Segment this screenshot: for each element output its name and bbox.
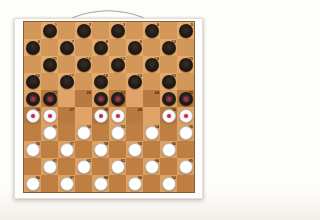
square-r8c10[interactable] [177,141,194,158]
black-king[interactable] [43,92,57,106]
white-man[interactable] [43,160,57,174]
black-king[interactable] [94,92,108,106]
square-r9c2[interactable]: 41 [41,158,58,175]
square-r3c6[interactable]: 13 [109,56,126,73]
square-r8c6[interactable] [109,141,126,158]
square-r3c9[interactable] [160,56,177,73]
black-man[interactable] [77,24,91,38]
square-r5c4[interactable]: 22 [75,90,92,107]
square-r1c2[interactable]: 1 [41,22,58,39]
square-r4c9[interactable]: 20 [160,73,177,90]
square-r1c9[interactable] [160,22,177,39]
square-r1c5[interactable] [92,22,109,39]
white-man[interactable] [145,160,159,174]
square-r10c2[interactable] [41,175,58,192]
black-man[interactable] [128,41,142,55]
square-r10c8[interactable] [143,175,160,192]
white-man[interactable] [128,143,142,157]
square-r6c9[interactable]: 30 [160,107,177,124]
king-dot [31,114,35,118]
square-r10c4[interactable] [75,175,92,192]
square-number: 22 [87,90,91,95]
king-dot [99,97,103,101]
square-r2c7[interactable]: 9 [126,39,143,56]
square-r2c5[interactable]: 8 [92,39,109,56]
white-man[interactable] [94,143,108,157]
square-r9c10[interactable]: 45 [177,158,194,175]
king-dot [48,114,52,118]
square-r5c1[interactable] [24,90,41,107]
king-dot [116,97,120,101]
square-r7c6[interactable]: 33 [109,124,126,141]
square-r8c1[interactable]: 36 [24,141,41,158]
black-king[interactable] [111,92,125,106]
white-man[interactable] [26,143,40,157]
king-dot [184,97,188,101]
square-r3c4[interactable]: 12 [75,56,92,73]
black-man[interactable] [43,24,57,38]
board-case: 1234567891011121314151617181920212223242… [14,18,203,199]
black-man[interactable] [43,58,57,72]
white-man[interactable] [60,143,74,157]
square-r7c7[interactable] [126,124,143,141]
square-r7c2[interactable]: 31 [41,124,58,141]
white-man[interactable] [77,160,91,174]
square-r6c3[interactable]: 27 [58,107,75,124]
black-man[interactable] [179,58,193,72]
square-r8c3[interactable]: 37 [58,141,75,158]
square-r3c2[interactable]: 11 [41,56,58,73]
square-r8c9[interactable]: 40 [160,141,177,158]
black-man[interactable] [60,41,74,55]
square-r2c4[interactable] [75,39,92,56]
square-r5c9[interactable] [160,90,177,107]
square-r7c5[interactable] [92,124,109,141]
square-r9c3[interactable] [58,158,75,175]
square-r2c3[interactable]: 7 [58,39,75,56]
square-r5c6[interactable]: 23 [109,90,126,107]
black-man[interactable] [179,24,193,38]
white-man[interactable] [162,143,176,157]
square-r10c1[interactable]: 46 [24,175,41,192]
square-r1c3[interactable] [58,22,75,39]
square-r3c7[interactable] [126,56,143,73]
square-r10c10[interactable] [177,175,194,192]
white-man[interactable] [43,126,57,140]
square-r5c5[interactable] [92,90,109,107]
square-r4c8[interactable] [143,73,160,90]
square-r7c3[interactable] [58,124,75,141]
square-r2c2[interactable] [41,39,58,56]
square-r1c7[interactable] [126,22,143,39]
black-king[interactable] [179,92,193,106]
white-king[interactable] [94,109,108,123]
square-r2c1[interactable]: 6 [24,39,41,56]
board-grid: 1234567891011121314151617181920212223242… [23,21,195,193]
carry-handle-icon [70,8,146,20]
square-r10c5[interactable]: 48 [92,175,109,192]
square-r7c10[interactable]: 35 [177,124,194,141]
square-r6c2[interactable] [41,107,58,124]
black-man[interactable] [128,75,142,89]
square-r5c7[interactable] [126,90,143,107]
black-man[interactable] [77,58,91,72]
square-r5c2[interactable]: 21 [41,90,58,107]
square-r7c1[interactable] [24,124,41,141]
square-number: 27 [70,107,74,112]
square-r10c3[interactable]: 47 [58,175,75,192]
square-r7c4[interactable]: 32 [75,124,92,141]
white-king[interactable] [179,109,193,123]
square-r3c1[interactable] [24,56,41,73]
white-man[interactable] [111,160,125,174]
square-r9c4[interactable]: 42 [75,158,92,175]
square-r5c3[interactable] [58,90,75,107]
square-r6c8[interactable] [143,107,160,124]
square-r4c6[interactable] [109,73,126,90]
square-r7c8[interactable]: 34 [143,124,160,141]
white-man[interactable] [111,126,125,140]
square-r5c8[interactable]: 24 [143,90,160,107]
black-man[interactable] [162,75,176,89]
white-man[interactable] [179,160,193,174]
square-r4c2[interactable] [41,73,58,90]
square-r6c4[interactable] [75,107,92,124]
black-man[interactable] [94,41,108,55]
square-r1c4[interactable]: 2 [75,22,92,39]
square-r6c6[interactable] [109,107,126,124]
square-r6c7[interactable]: 29 [126,107,143,124]
black-man[interactable] [26,75,40,89]
black-king[interactable] [162,92,176,106]
black-man[interactable] [26,41,40,55]
square-r8c7[interactable]: 39 [126,141,143,158]
square-r3c3[interactable] [58,56,75,73]
square-r9c9[interactable] [160,158,177,175]
black-man[interactable] [145,24,159,38]
square-r4c3[interactable]: 17 [58,73,75,90]
white-king[interactable] [162,109,176,123]
white-man[interactable] [60,177,74,191]
square-r4c1[interactable]: 16 [24,73,41,90]
square-r10c7[interactable]: 49 [126,175,143,192]
black-man[interactable] [94,75,108,89]
white-man[interactable] [162,177,176,191]
square-r2c8[interactable] [143,39,160,56]
white-man[interactable] [94,177,108,191]
square-r8c2[interactable] [41,141,58,158]
king-dot [99,114,103,118]
king-dot [31,97,35,101]
square-r3c10[interactable]: 15 [177,56,194,73]
black-king[interactable] [26,92,40,106]
square-r7c9[interactable] [160,124,177,141]
square-r1c1[interactable] [24,22,41,39]
white-man[interactable] [26,177,40,191]
square-r1c10[interactable]: 5 [177,22,194,39]
square-r9c5[interactable] [92,158,109,175]
king-dot [184,114,188,118]
square-r4c4[interactable] [75,73,92,90]
white-man[interactable] [179,126,193,140]
king-dot [116,114,120,118]
square-r2c10[interactable] [177,39,194,56]
white-man[interactable] [77,126,91,140]
black-man[interactable] [111,58,125,72]
square-r4c5[interactable]: 18 [92,73,109,90]
square-r4c7[interactable]: 19 [126,73,143,90]
white-king[interactable] [26,109,40,123]
square-r4c10[interactable] [177,73,194,90]
white-king[interactable] [111,109,125,123]
square-r5c10[interactable]: 25 [177,90,194,107]
square-r3c5[interactable] [92,56,109,73]
square-r9c6[interactable]: 43 [109,158,126,175]
black-man[interactable] [60,75,74,89]
square-r6c5[interactable]: 28 [92,107,109,124]
square-r2c6[interactable] [109,39,126,56]
square-number: 24 [155,90,159,95]
black-man[interactable] [145,58,159,72]
square-r9c8[interactable]: 44 [143,158,160,175]
white-man[interactable] [145,126,159,140]
square-r2c9[interactable]: 10 [160,39,177,56]
square-r10c6[interactable] [109,175,126,192]
white-man[interactable] [128,177,142,191]
black-man[interactable] [111,24,125,38]
square-r8c4[interactable] [75,141,92,158]
square-r8c5[interactable]: 38 [92,141,109,158]
black-man[interactable] [162,41,176,55]
square-r9c1[interactable] [24,158,41,175]
square-r6c10[interactable] [177,107,194,124]
square-r1c8[interactable]: 4 [143,22,160,39]
king-dot [167,114,171,118]
white-king[interactable] [43,109,57,123]
square-r8c8[interactable] [143,141,160,158]
square-number: 29 [138,107,142,112]
square-r10c9[interactable]: 50 [160,175,177,192]
square-r6c1[interactable]: 26 [24,107,41,124]
king-dot [48,97,52,101]
square-r3c8[interactable]: 14 [143,56,160,73]
square-r1c6[interactable]: 3 [109,22,126,39]
king-dot [167,97,171,101]
square-r9c7[interactable] [126,158,143,175]
